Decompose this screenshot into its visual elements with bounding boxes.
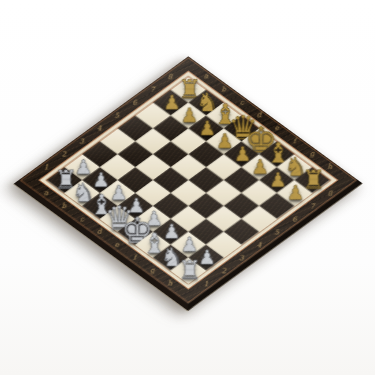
coordinate-glyph-g: g [310,150,314,158]
coordinate-glyph-7: 7 [310,202,314,210]
coordinate-glyph-3: 3 [240,254,244,262]
coordinate-glyph-8: 8 [328,189,332,197]
coordinate-glyph-f: f [134,254,137,262]
board-frame: ♜♞♝♛♚♝♞♜♟♟♟♟♟♟♟♟♟♟♟♟♟♟♟♟♜♞♝♛♚♝♞♜ abcdefg… [14,56,363,310]
white-rook-h1: ♜ [178,256,201,282]
coordinate-glyph-5: 5 [275,228,279,236]
coordinate-glyph-1: 1 [204,280,208,288]
coordinate-glyph-4: 4 [257,241,261,249]
coordinate-glyph-6: 6 [293,215,297,223]
coordinate-glyph-b: b [62,202,66,210]
coordinate-glyph-8: 8 [168,73,172,81]
coordinate-glyph-d: d [257,111,261,119]
chess-board: ♜♞♝♛♚♝♞♜♟♟♟♟♟♟♟♟♟♟♟♟♟♟♟♟♜♞♝♛♚♝♞♜ abcdefg… [14,56,363,310]
coordinate-glyph-3: 3 [80,137,84,145]
coordinate-glyph-e: e [115,241,119,249]
coordinate-glyph-6: 6 [133,98,137,106]
coordinate-glyph-5: 5 [115,111,119,119]
board-grid: ♜♞♝♛♚♝♞♜♟♟♟♟♟♟♟♟♟♟♟♟♟♟♟♟♜♞♝♛♚♝♞♜ [47,77,330,283]
product-photo-scene: ♜♞♝♛♚♝♞♜♟♟♟♟♟♟♟♟♟♟♟♟♟♟♟♟♜♞♝♛♚♝♞♜ abcdefg… [0,0,375,375]
coordinate-glyph-4: 4 [97,124,101,132]
coordinate-glyph-c: c [80,215,84,223]
coordinate-glyph-h: h [168,280,173,288]
coordinate-glyph-2: 2 [222,267,226,275]
coordinate-glyph-h: h [328,163,333,171]
coordinate-glyph-e: e [275,124,279,132]
coordinate-glyph-a: a [204,73,208,81]
coordinate-glyph-2: 2 [62,150,66,158]
coordinate-glyph-a: a [44,189,48,197]
coordinate-glyph-7: 7 [150,86,154,94]
coordinate-glyph-b: b [222,86,226,94]
black-pawn-h7: ♟ [287,182,305,202]
coordinate-glyph-f: f [293,137,296,145]
coordinate-glyph-1: 1 [44,163,48,171]
coordinate-glyph-d: d [97,228,101,236]
coordinate-glyph-c: c [240,98,244,106]
coordinate-glyph-g: g [150,267,154,275]
